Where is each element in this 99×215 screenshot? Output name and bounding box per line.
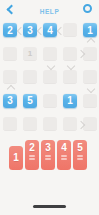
home-indicator xyxy=(33,205,66,208)
remaining-mark xyxy=(77,155,83,156)
circle-icon xyxy=(83,4,92,13)
tray: 12345 xyxy=(9,140,87,170)
board-cell-filled[interactable]: 2 xyxy=(3,23,17,37)
board-cell-empty[interactable] xyxy=(63,47,77,61)
board-cell-filled[interactable]: 3 xyxy=(3,94,17,108)
board-cell-empty[interactable] xyxy=(83,70,97,84)
board-cell-empty[interactable] xyxy=(43,94,57,108)
header: HELP xyxy=(0,0,99,18)
board-cell-empty[interactable] xyxy=(23,70,37,84)
inequality-down-sign xyxy=(66,62,74,70)
board-cell-empty[interactable] xyxy=(63,70,77,84)
inequality-down-sign xyxy=(86,85,94,93)
board: 23411351 xyxy=(3,23,97,132)
board-cell-filled[interactable]: 5 xyxy=(23,94,37,108)
tray-card-4[interactable]: 4 xyxy=(57,140,71,170)
remaining-mark xyxy=(29,158,35,159)
remaining-mark xyxy=(61,158,67,159)
board-cell-empty[interactable] xyxy=(43,117,57,131)
board-cell-empty[interactable] xyxy=(43,47,57,61)
tray-card-5[interactable]: 5 xyxy=(73,140,87,170)
inequality-up-sign xyxy=(6,85,14,93)
remaining-mark xyxy=(45,155,51,156)
board-cell-empty[interactable] xyxy=(43,70,57,84)
board-cell-filled[interactable]: 1 xyxy=(83,23,97,37)
board-cell-empty[interactable] xyxy=(23,117,37,131)
inequality-down-sign xyxy=(46,62,54,70)
tray-card-number: 4 xyxy=(61,142,67,154)
board-cell-empty[interactable] xyxy=(63,117,77,131)
tray-card-number: 3 xyxy=(45,142,51,154)
restart-button[interactable] xyxy=(83,4,94,15)
board-cell-filled[interactable]: 1 xyxy=(63,94,77,108)
remaining-mark xyxy=(77,158,83,159)
remaining-mark xyxy=(45,158,51,159)
tray-card-2[interactable]: 2 xyxy=(25,140,39,170)
board-cell-empty[interactable] xyxy=(3,47,17,61)
tray-card-number: 2 xyxy=(29,142,35,154)
tray-card-number: 1 xyxy=(13,152,19,164)
board-cell-empty[interactable] xyxy=(3,117,17,131)
tray-card-number: 5 xyxy=(77,142,83,154)
remaining-mark xyxy=(61,155,67,156)
tray-card-3[interactable]: 3 xyxy=(41,140,55,170)
board-cell-empty[interactable] xyxy=(3,70,17,84)
tray-card-1[interactable]: 1 xyxy=(9,146,23,170)
board-cell-empty[interactable] xyxy=(83,94,97,108)
board-cell-hint[interactable]: 1 xyxy=(23,47,37,61)
inequality-up-sign xyxy=(86,38,94,46)
remaining-mark xyxy=(29,155,35,156)
